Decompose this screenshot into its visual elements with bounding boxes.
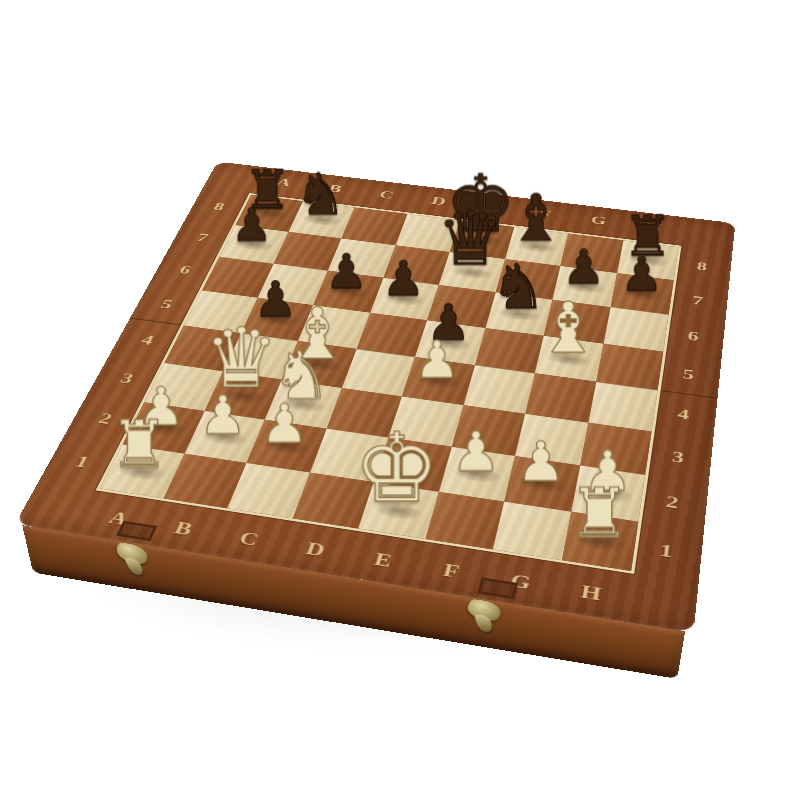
clasp-plate <box>116 540 149 567</box>
file-label-bottom-F: F <box>413 555 489 591</box>
brass-clasp-right-icon <box>465 598 506 640</box>
file-label-bottom-E: E <box>345 544 421 580</box>
rank-label-right-5: 5 <box>669 353 709 397</box>
rank-label-right-4: 4 <box>663 392 704 438</box>
clasp-catch-slot-right <box>477 577 518 599</box>
file-label-bottom-C: C <box>211 523 287 558</box>
black-pawn-h7[interactable]: ♟ <box>584 250 699 298</box>
clasp-hook <box>124 558 145 575</box>
white-king-e1[interactable]: ♚ <box>330 420 464 516</box>
clasp-catch-slot-left <box>116 521 158 542</box>
square-h1[interactable]: ♜ <box>561 511 638 571</box>
white-rook-h1[interactable]: ♜ <box>531 479 668 547</box>
file-label-bottom-B: B <box>145 513 221 547</box>
clasp-hook <box>475 615 495 632</box>
square-g5[interactable]: ♝ <box>535 335 603 381</box>
brass-clasp-left-icon <box>113 541 155 582</box>
white-pawn-e4[interactable]: ♟ <box>376 335 499 386</box>
rank-label-right-7: 7 <box>679 281 716 320</box>
white-rook-a1[interactable]: ♜ <box>74 411 205 476</box>
photo-stage: ABCDEFGH ABCDEFGH 87654321 87654321 ♜♞♚♝… <box>0 0 800 800</box>
clasp-plate <box>466 597 504 624</box>
white-bishop-g5[interactable]: ♝ <box>508 293 629 363</box>
rank-label-right-8: 8 <box>684 248 720 285</box>
file-label-bottom-D: D <box>277 534 353 569</box>
chess-box-scene: ABCDEFGH ABCDEFGH 87654321 87654321 ♜♞♚♝… <box>15 162 735 633</box>
rank-label-right-6: 6 <box>674 316 712 357</box>
file-label-bottom-H: H <box>553 576 628 613</box>
